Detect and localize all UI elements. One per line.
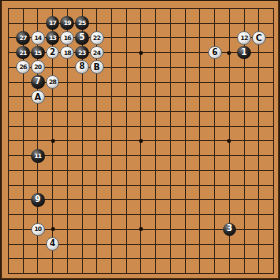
stone-13-black-D17[interactable]: 13	[46, 31, 60, 45]
stone-25-black-F18[interactable]: 25	[75, 16, 89, 30]
star-point	[139, 227, 143, 231]
stone-18-white-E16[interactable]: 18	[60, 46, 74, 60]
star-point	[139, 139, 143, 143]
go-board[interactable]: 1234567891011121314151617181920212223242…	[0, 0, 280, 280]
stone-20-white-C15[interactable]: 20	[31, 60, 45, 74]
star-point	[51, 227, 55, 231]
stone-10-white-C4[interactable]: 10	[31, 223, 45, 237]
stone-2-white-D16[interactable]: 2	[46, 46, 60, 60]
star-point	[51, 139, 55, 143]
stone-22-white-G17[interactable]: 22	[90, 31, 104, 45]
stone-19-black-E18[interactable]: 19	[60, 16, 74, 30]
stone-15-black-C16[interactable]: 15	[31, 46, 45, 60]
stone-17-black-D18[interactable]: 17	[46, 16, 60, 30]
stone-7-black-C14[interactable]: 7	[31, 75, 45, 89]
stone-21-black-B16[interactable]: 21	[16, 46, 30, 60]
stone-23-black-F16[interactable]: 23	[75, 46, 89, 60]
stones-layer: 1234567891011121314151617181920212223242…	[1, 1, 280, 280]
stone-12-white-R17[interactable]: 12	[237, 31, 251, 45]
star-point	[227, 51, 231, 55]
stone-27-black-B17[interactable]: 27	[16, 31, 30, 45]
stone-C-white-S17[interactable]: C	[252, 31, 266, 45]
stone-B-white-G15[interactable]: B	[90, 60, 104, 74]
stone-28-white-D14[interactable]: 28	[46, 75, 60, 89]
stone-16-white-E17[interactable]: 16	[60, 31, 74, 45]
star-point	[139, 51, 143, 55]
stone-4-white-D3[interactable]: 4	[46, 237, 60, 251]
stone-11-black-C9[interactable]: 11	[31, 149, 45, 163]
stone-24-white-G16[interactable]: 24	[90, 46, 104, 60]
stone-1-black-R16[interactable]: 1	[237, 46, 251, 60]
stone-3-black-Q4[interactable]: 3	[223, 223, 237, 237]
star-point	[227, 139, 231, 143]
stone-9-black-C6[interactable]: 9	[31, 193, 45, 207]
stone-5-black-F17[interactable]: 5	[75, 31, 89, 45]
stone-8-white-F15[interactable]: 8	[75, 60, 89, 74]
stone-A-white-C13[interactable]: A	[31, 90, 45, 104]
stone-26-white-B15[interactable]: 26	[16, 60, 30, 74]
stone-14-white-C17[interactable]: 14	[31, 31, 45, 45]
stone-6-white-P16[interactable]: 6	[208, 46, 222, 60]
